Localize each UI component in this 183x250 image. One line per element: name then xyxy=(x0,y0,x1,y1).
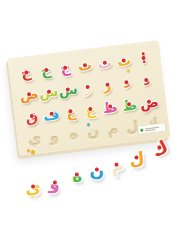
board-cell-r1-c5: ت xyxy=(93,51,115,75)
letter-piece-ع[interactable]: ع xyxy=(85,102,96,117)
decor-dot xyxy=(127,69,130,72)
letter-piece-ش[interactable]: ش xyxy=(38,84,59,100)
decor-dot xyxy=(87,123,90,126)
board-cell-r3-c2: ف xyxy=(40,102,62,126)
peg-knob xyxy=(27,92,31,96)
decor-dot xyxy=(27,149,30,152)
letter-piece-ج[interactable]: ج xyxy=(60,60,72,75)
board-cell-r4-c4: ن xyxy=(82,119,104,143)
peg-knob xyxy=(114,162,119,167)
peg-knob xyxy=(144,77,148,81)
board-cell-r3-c3: غ xyxy=(60,100,82,124)
peg-knob xyxy=(44,67,48,71)
peg-knob xyxy=(122,58,126,62)
letter-piece-ر[interactable]: ر xyxy=(102,78,112,93)
board-cell-r2-c6: ذ xyxy=(116,70,138,94)
peg-knob xyxy=(66,87,70,91)
board-cell-r1-c7: ا xyxy=(133,46,155,70)
peg-knob xyxy=(53,180,58,185)
board-cell-r2-c3: س xyxy=(57,78,79,102)
sticker-logo-dot xyxy=(140,128,143,131)
board-cell-r3-c7: ض xyxy=(138,90,160,114)
peg-knob xyxy=(31,184,35,188)
peg-knob xyxy=(95,167,99,171)
peg-knob xyxy=(24,70,28,74)
peg-knob xyxy=(49,112,53,116)
letter-piece-د[interactable]: د xyxy=(142,73,151,88)
empty-slot-ي[interactable]: ي xyxy=(27,131,41,146)
peg-knob xyxy=(63,65,67,69)
decor-dot xyxy=(31,150,35,154)
letter-piece-ث[interactable]: ث xyxy=(77,58,93,74)
letter-piece-ا[interactable]: ا xyxy=(140,51,146,65)
letter-piece-س[interactable]: س xyxy=(58,82,79,98)
loose-piece-ي[interactable]: ي xyxy=(24,179,41,198)
board-cell-r1-c3: ج xyxy=(54,56,76,80)
board-cell-r4-c2: و xyxy=(43,124,65,148)
empty-slot-م[interactable]: م xyxy=(107,122,119,137)
letter-piece-غ[interactable]: غ xyxy=(65,104,76,119)
board-grid: خحجثتباصشسزرذدقفغعظطضيوهنملك xyxy=(15,46,163,151)
letter-piece-ز[interactable]: ز xyxy=(83,80,93,95)
letter-piece-ق[interactable]: ق xyxy=(25,109,39,124)
puzzle-board: خحجثتباصشسزرذدقفغعظطضيوهنملك xyxy=(8,40,171,156)
peg-knob xyxy=(125,80,129,84)
board-cell-r4-c5: م xyxy=(102,117,124,141)
letter-piece-ح[interactable]: ح xyxy=(40,63,52,78)
board-cell-r2-c1: ص xyxy=(18,82,40,106)
board-cell-r2-c5: ر xyxy=(96,73,118,97)
empty-slot-ه[interactable]: ه xyxy=(69,127,79,142)
board-cell-r1-c6: ب xyxy=(113,48,135,72)
loose-piece-م[interactable]: م xyxy=(109,156,125,175)
board-cell-r1-c1: خ xyxy=(15,60,37,84)
peg-knob xyxy=(46,89,50,93)
board-cell-r1-c4: ث xyxy=(74,53,96,77)
peg-knob xyxy=(127,102,131,106)
board-cell-r2-c4: ز xyxy=(77,75,99,99)
letter-piece-ط[interactable]: ط xyxy=(121,97,137,113)
letter-piece-ب[interactable]: ب xyxy=(116,53,132,69)
board-cell-r3-c6: ط xyxy=(118,92,140,116)
loose-piece-ن[interactable]: ن xyxy=(89,162,105,180)
loose-piece-ل[interactable]: ل xyxy=(129,150,145,168)
peg-knob xyxy=(75,172,79,176)
board-cell-r3-c1: ق xyxy=(21,105,43,129)
empty-slot-ن[interactable]: ن xyxy=(86,124,100,139)
peg-knob xyxy=(102,60,106,64)
loose-piece-ه[interactable]: ه xyxy=(71,167,82,185)
peg-knob xyxy=(29,114,33,118)
peg-knob xyxy=(157,145,162,150)
letter-piece-ص[interactable]: ص xyxy=(19,87,39,103)
peg-knob xyxy=(88,107,92,111)
board-cell-r1-c2: ح xyxy=(35,58,57,82)
loose-piece-و[interactable]: و xyxy=(49,175,62,193)
peg-knob xyxy=(69,109,73,113)
board-cell-r4-c1: ي xyxy=(23,127,45,151)
letter-piece-ظ[interactable]: ظ xyxy=(102,99,118,115)
peg-knob xyxy=(147,100,151,104)
board-cell-r4-c3: ه xyxy=(62,122,84,146)
peg-knob xyxy=(85,85,89,89)
peg-knob xyxy=(108,104,112,108)
peg-knob xyxy=(141,55,145,59)
sticker-text-line xyxy=(145,129,155,131)
letter-piece-ذ[interactable]: ذ xyxy=(122,75,131,90)
peg-knob xyxy=(105,82,109,86)
board-cell-r3-c5: ظ xyxy=(99,95,121,119)
product-photo-arabic-puzzle: خحجثتباصشسزرذدقفغعظطضيوهنملك يوهنملك xyxy=(0,0,183,250)
letter-piece-ض[interactable]: ض xyxy=(139,94,159,110)
peg-knob xyxy=(135,155,139,159)
board-cell-r2-c2: ش xyxy=(37,80,59,104)
letter-piece-ف[interactable]: ف xyxy=(42,106,60,122)
peg-knob xyxy=(83,63,87,67)
board-cell-r2-c7: د xyxy=(135,68,157,92)
board-cell-r3-c4: ع xyxy=(79,97,101,121)
letter-piece-خ[interactable]: خ xyxy=(20,65,32,80)
loose-piece-ك[interactable]: ك xyxy=(149,138,171,160)
letter-piece-ت[interactable]: ت xyxy=(97,55,113,71)
empty-slot-و[interactable]: و xyxy=(49,129,59,144)
